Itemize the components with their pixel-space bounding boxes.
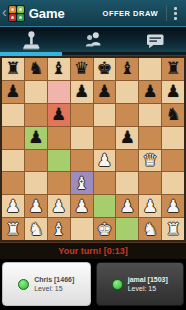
page-title: Game bbox=[29, 6, 65, 21]
square-a2[interactable]: ♟ bbox=[2, 195, 24, 217]
square-f5[interactable]: ♟ bbox=[116, 127, 138, 149]
square-f2[interactable]: ♟ bbox=[116, 195, 138, 217]
square-b7[interactable] bbox=[25, 81, 47, 103]
square-e7[interactable]: ♟ bbox=[94, 81, 116, 103]
square-h3[interactable] bbox=[162, 172, 184, 194]
square-b2[interactable]: ♟ bbox=[25, 195, 47, 217]
square-e8[interactable]: ♚ bbox=[94, 58, 116, 80]
square-f8[interactable]: ♝ bbox=[116, 58, 138, 80]
black-pawn: ♟ bbox=[74, 83, 89, 100]
black-knight: ♞ bbox=[28, 60, 43, 77]
square-e3[interactable] bbox=[94, 172, 116, 194]
square-c6[interactable]: ♟ bbox=[48, 104, 70, 126]
black-pawn: ♟ bbox=[5, 83, 20, 100]
player-card-black[interactable]: jamal [1503] Level: 15 bbox=[96, 262, 185, 306]
white-pawn: ♟ bbox=[51, 197, 66, 214]
square-b4[interactable] bbox=[25, 150, 47, 172]
square-d5[interactable] bbox=[71, 127, 93, 149]
square-f6[interactable] bbox=[116, 104, 138, 126]
black-king: ♚ bbox=[97, 60, 112, 77]
black-queen: ♛ bbox=[74, 60, 89, 77]
player-level: Level: 15 bbox=[128, 284, 168, 293]
square-f7[interactable] bbox=[116, 81, 138, 103]
black-pawn: ♟ bbox=[120, 129, 135, 146]
white-king: ♚ bbox=[97, 220, 112, 237]
online-status-icon bbox=[112, 279, 123, 290]
chess-board: ♜♞♝♛♚♝♜♟♟♟♟♟♟♞♟♟♟♛♝♟♟♟♟♟♟♟♜♞♝♚♞♜ bbox=[0, 56, 186, 242]
square-c3[interactable] bbox=[48, 172, 70, 194]
white-rook: ♜ bbox=[165, 220, 180, 237]
player-card-white[interactable]: Chris [1466] Level: 15 bbox=[2, 262, 91, 306]
square-d7[interactable]: ♟ bbox=[71, 81, 93, 103]
square-g7[interactable]: ♟ bbox=[139, 81, 161, 103]
square-c2[interactable]: ♟ bbox=[48, 195, 70, 217]
chat-icon bbox=[143, 30, 167, 50]
square-e2[interactable] bbox=[94, 195, 116, 217]
offer-draw-button[interactable]: OFFER DRAW bbox=[95, 9, 166, 18]
square-a4[interactable] bbox=[2, 150, 24, 172]
overflow-menu-icon[interactable] bbox=[167, 7, 184, 20]
square-c8[interactable]: ♝ bbox=[48, 58, 70, 80]
white-rook: ♜ bbox=[5, 220, 20, 237]
square-a7[interactable]: ♟ bbox=[2, 81, 24, 103]
black-pawn: ♟ bbox=[165, 83, 180, 100]
square-h6[interactable]: ♞ bbox=[162, 104, 184, 126]
square-a6[interactable] bbox=[2, 104, 24, 126]
tab-players[interactable] bbox=[62, 27, 124, 52]
square-b5[interactable]: ♟ bbox=[25, 127, 47, 149]
square-d4[interactable] bbox=[71, 150, 93, 172]
top-bar: ‹ Game OFFER DRAW bbox=[0, 0, 186, 27]
white-queen: ♛ bbox=[143, 151, 158, 168]
square-g4[interactable]: ♛ bbox=[139, 150, 161, 172]
square-h4[interactable] bbox=[162, 150, 184, 172]
square-d3[interactable]: ♝ bbox=[71, 172, 93, 194]
square-d2[interactable]: ♟ bbox=[71, 195, 93, 217]
square-h8[interactable]: ♜ bbox=[162, 58, 184, 80]
white-pawn: ♟ bbox=[143, 197, 158, 214]
player-name-rating: jamal [1503] bbox=[128, 275, 168, 284]
black-rook: ♜ bbox=[5, 60, 20, 77]
black-pawn: ♟ bbox=[143, 83, 158, 100]
back-chevron-icon[interactable]: ‹ bbox=[2, 5, 7, 19]
joystick-icon bbox=[19, 30, 43, 50]
square-f1[interactable] bbox=[116, 218, 138, 240]
player-level: Level: 15 bbox=[34, 284, 74, 293]
tab-bar bbox=[0, 27, 186, 52]
square-b3[interactable] bbox=[25, 172, 47, 194]
square-g2[interactable]: ♟ bbox=[139, 195, 161, 217]
white-pawn: ♟ bbox=[5, 197, 20, 214]
players-icon bbox=[81, 30, 105, 50]
white-knight: ♞ bbox=[28, 220, 43, 237]
square-e6[interactable] bbox=[94, 104, 116, 126]
square-d6[interactable] bbox=[71, 104, 93, 126]
square-a3[interactable] bbox=[2, 172, 24, 194]
white-pawn: ♟ bbox=[74, 197, 89, 214]
tab-chat[interactable] bbox=[124, 27, 186, 52]
app-logo-icon bbox=[8, 5, 25, 22]
square-b6[interactable] bbox=[25, 104, 47, 126]
square-f4[interactable] bbox=[116, 150, 138, 172]
square-a5[interactable] bbox=[2, 127, 24, 149]
square-c5[interactable] bbox=[48, 127, 70, 149]
tab-indicator-strip bbox=[0, 52, 186, 56]
black-bishop: ♝ bbox=[51, 60, 66, 77]
white-bishop: ♝ bbox=[51, 220, 66, 237]
square-h2[interactable]: ♟ bbox=[162, 195, 184, 217]
white-bishop: ♝ bbox=[74, 174, 89, 191]
square-g1[interactable]: ♞ bbox=[139, 218, 161, 240]
black-knight: ♞ bbox=[165, 106, 180, 123]
square-e1[interactable]: ♚ bbox=[94, 218, 116, 240]
turn-status-bar: Your turn! [0:13] bbox=[0, 242, 186, 259]
black-rook: ♜ bbox=[165, 60, 180, 77]
player-name-rating: Chris [1466] bbox=[34, 275, 74, 284]
chess-app-screen: ‹ Game OFFER DRAW bbox=[0, 0, 186, 310]
white-knight: ♞ bbox=[143, 220, 158, 237]
black-pawn: ♟ bbox=[28, 129, 43, 146]
black-pawn: ♟ bbox=[51, 106, 66, 123]
square-d8[interactable]: ♛ bbox=[71, 58, 93, 80]
square-g8[interactable] bbox=[139, 58, 161, 80]
white-pawn: ♟ bbox=[28, 197, 43, 214]
tab-game[interactable] bbox=[0, 27, 62, 52]
square-a1[interactable]: ♜ bbox=[2, 218, 24, 240]
square-d1[interactable] bbox=[71, 218, 93, 240]
square-h7[interactable]: ♟ bbox=[162, 81, 184, 103]
square-g5[interactable] bbox=[139, 127, 161, 149]
square-f3[interactable] bbox=[116, 172, 138, 194]
square-b1[interactable]: ♞ bbox=[25, 218, 47, 240]
black-pawn: ♟ bbox=[97, 83, 112, 100]
online-status-icon bbox=[18, 279, 29, 290]
square-c7[interactable] bbox=[48, 81, 70, 103]
square-h5[interactable] bbox=[162, 127, 184, 149]
square-c1[interactable]: ♝ bbox=[48, 218, 70, 240]
square-g3[interactable] bbox=[139, 172, 161, 194]
square-g6[interactable] bbox=[139, 104, 161, 126]
white-pawn: ♟ bbox=[165, 197, 180, 214]
square-h1[interactable]: ♜ bbox=[162, 218, 184, 240]
square-e5[interactable] bbox=[94, 127, 116, 149]
square-c4[interactable] bbox=[48, 150, 70, 172]
square-b8[interactable]: ♞ bbox=[25, 58, 47, 80]
square-e4[interactable]: ♟ bbox=[94, 150, 116, 172]
square-a8[interactable]: ♜ bbox=[2, 58, 24, 80]
white-pawn: ♟ bbox=[97, 151, 112, 168]
turn-status-text: Your turn! [0:13] bbox=[58, 246, 127, 256]
tab-game-active-underline bbox=[0, 52, 62, 56]
players-row: Chris [1466] Level: 15 jamal [1503] Leve… bbox=[0, 259, 186, 310]
white-pawn: ♟ bbox=[120, 197, 135, 214]
black-bishop: ♝ bbox=[120, 60, 135, 77]
